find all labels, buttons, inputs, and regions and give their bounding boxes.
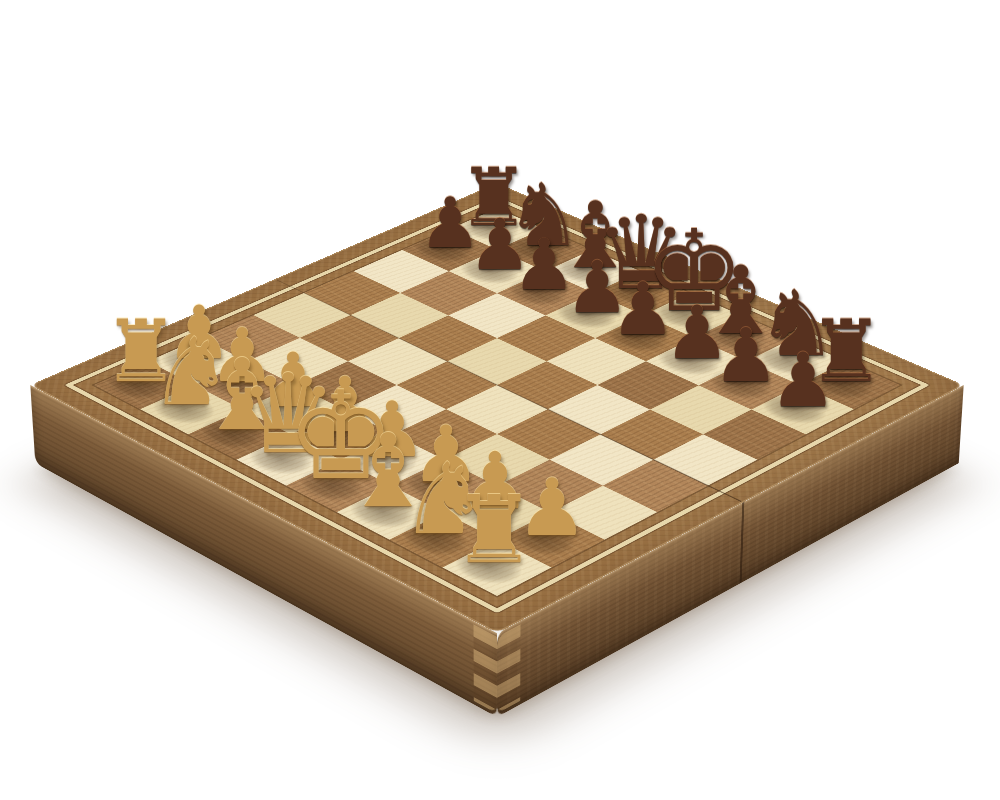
piece-white-rook[interactable]: ♜ bbox=[452, 483, 536, 576]
piece-black-pawn[interactable]: ♟ bbox=[769, 342, 836, 417]
chess-set-scene: ♜♞♝♛♚♝♞♜♟♟♟♟♟♟♟♟♟♟♟♟♟♟♟♟♜♞♝♛♚♝♞♜ bbox=[0, 0, 1000, 800]
